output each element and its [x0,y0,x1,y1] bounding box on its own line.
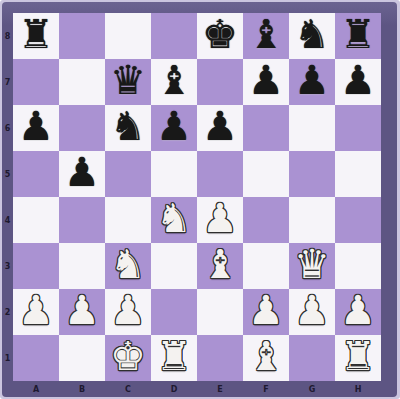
square-d3[interactable] [151,243,197,289]
file-label-c: C [105,381,151,397]
piece-black-pawn: ♟ [156,105,192,149]
square-g4[interactable] [289,197,335,243]
square-b3[interactable] [59,243,105,289]
piece-white-knight: ♞ [156,197,192,241]
piece-white-pawn: ♟ [340,289,376,333]
square-f4[interactable] [243,197,289,243]
piece-black-king: ♚ [202,13,238,57]
square-g7[interactable]: ♟ [289,59,335,105]
piece-white-rook: ♜ [340,335,376,379]
piece-white-pawn: ♟ [248,289,284,333]
square-h6[interactable] [335,105,381,151]
square-f2[interactable]: ♟ [243,289,289,335]
piece-black-knight: ♞ [294,13,330,57]
rank-label-5: 5 [2,151,13,197]
piece-black-pawn: ♟ [248,59,284,103]
piece-white-rook: ♜ [156,335,192,379]
square-g6[interactable] [289,105,335,151]
file-label-a: A [13,381,59,397]
piece-white-pawn: ♟ [202,197,238,241]
rank-label-8: 8 [2,13,13,59]
square-a1[interactable] [13,335,59,381]
square-c8[interactable] [105,13,151,59]
square-c5[interactable] [105,151,151,197]
piece-white-knight: ♞ [110,243,146,287]
square-c4[interactable] [105,197,151,243]
square-g3[interactable]: ♛ [289,243,335,289]
square-a5[interactable] [13,151,59,197]
file-label-g: G [289,381,335,397]
square-h2[interactable]: ♟ [335,289,381,335]
file-label-b: B [59,381,105,397]
piece-white-queen: ♛ [294,243,330,287]
square-g2[interactable]: ♟ [289,289,335,335]
rank-label-1: 1 [2,335,13,381]
square-f7[interactable]: ♟ [243,59,289,105]
rank-label-3: 3 [2,243,13,289]
piece-black-pawn: ♟ [202,105,238,149]
rank-label-2: 2 [2,289,13,335]
square-g5[interactable] [289,151,335,197]
square-c7[interactable]: ♛ [105,59,151,105]
square-a8[interactable]: ♜ [13,13,59,59]
square-c1[interactable]: ♚ [105,335,151,381]
rank-labels: 87654321 [2,13,13,381]
square-h5[interactable] [335,151,381,197]
square-c6[interactable]: ♞ [105,105,151,151]
square-f8[interactable]: ♝ [243,13,289,59]
square-e5[interactable] [197,151,243,197]
piece-black-rook: ♜ [340,13,376,57]
square-h4[interactable] [335,197,381,243]
piece-black-queen: ♛ [110,59,146,103]
square-d6[interactable]: ♟ [151,105,197,151]
file-label-e: E [197,381,243,397]
square-d5[interactable] [151,151,197,197]
square-a4[interactable] [13,197,59,243]
square-e7[interactable] [197,59,243,105]
square-f3[interactable] [243,243,289,289]
square-h3[interactable] [335,243,381,289]
file-label-d: D [151,381,197,397]
chess-board: ♜♚♝♞♜♛♝♟♟♟♟♞♟♟♟♞♟♞♝♛♟♟♟♟♟♟♚♜♝♜ [13,13,381,381]
piece-black-knight: ♞ [110,105,146,149]
piece-white-king: ♚ [110,335,146,379]
square-h1[interactable]: ♜ [335,335,381,381]
square-b5[interactable]: ♟ [59,151,105,197]
square-g8[interactable]: ♞ [289,13,335,59]
square-b4[interactable] [59,197,105,243]
square-a7[interactable] [13,59,59,105]
square-f1[interactable]: ♝ [243,335,289,381]
rank-label-6: 6 [2,105,13,151]
piece-black-bishop: ♝ [248,13,284,57]
piece-white-pawn: ♟ [18,289,54,333]
square-b1[interactable] [59,335,105,381]
square-d1[interactable]: ♜ [151,335,197,381]
square-d2[interactable] [151,289,197,335]
file-label-h: H [335,381,381,397]
board-border: 87654321 ♜♚♝♞♜♛♝♟♟♟♟♞♟♟♟♞♟♞♝♛♟♟♟♟♟♟♚♜♝♜ … [2,2,397,397]
square-f6[interactable] [243,105,289,151]
piece-white-pawn: ♟ [110,289,146,333]
square-g1[interactable] [289,335,335,381]
piece-white-bishop: ♝ [248,335,284,379]
piece-black-rook: ♜ [18,13,54,57]
square-b6[interactable] [59,105,105,151]
rank-label-4: 4 [2,197,13,243]
square-a6[interactable]: ♟ [13,105,59,151]
piece-black-pawn: ♟ [64,151,100,195]
square-e4[interactable]: ♟ [197,197,243,243]
square-b2[interactable]: ♟ [59,289,105,335]
square-d7[interactable]: ♝ [151,59,197,105]
square-e1[interactable] [197,335,243,381]
square-e6[interactable]: ♟ [197,105,243,151]
square-c2[interactable]: ♟ [105,289,151,335]
rank-label-7: 7 [2,59,13,105]
square-b8[interactable] [59,13,105,59]
square-a2[interactable]: ♟ [13,289,59,335]
piece-black-pawn: ♟ [294,59,330,103]
square-b7[interactable] [59,59,105,105]
piece-black-pawn: ♟ [340,59,376,103]
chess-board-window: 87654321 ♜♚♝♞♜♛♝♟♟♟♟♞♟♟♟♞♟♞♝♛♟♟♟♟♟♟♚♜♝♜ … [0,0,400,399]
square-c3[interactable]: ♞ [105,243,151,289]
file-labels: ABCDEFGH [13,381,381,397]
square-a3[interactable] [13,243,59,289]
piece-black-pawn: ♟ [18,105,54,149]
piece-white-pawn: ♟ [294,289,330,333]
square-e8[interactable]: ♚ [197,13,243,59]
square-d4[interactable]: ♞ [151,197,197,243]
square-h8[interactable]: ♜ [335,13,381,59]
square-f5[interactable] [243,151,289,197]
square-h7[interactable]: ♟ [335,59,381,105]
square-e3[interactable]: ♝ [197,243,243,289]
piece-black-bishop: ♝ [156,59,192,103]
file-label-f: F [243,381,289,397]
square-e2[interactable] [197,289,243,335]
piece-white-pawn: ♟ [64,289,100,333]
square-d8[interactable] [151,13,197,59]
piece-white-bishop: ♝ [202,243,238,287]
